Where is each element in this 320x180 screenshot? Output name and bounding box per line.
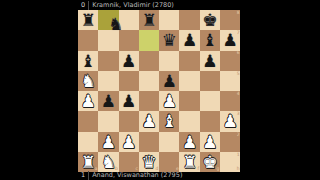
piece-white-pawn[interactable]: ♟ bbox=[98, 132, 118, 152]
square-e2[interactable] bbox=[159, 132, 179, 152]
square-g3[interactable] bbox=[200, 111, 220, 131]
piece-white-king[interactable]: ♚ bbox=[200, 152, 220, 172]
chess-board[interactable]: ♜♜♚8♛♟♝7♟♝♟♟6♞♟5♟♟♟♟4♟♝3♟♟♟♟♟2a♜b♞cd♛ef♜… bbox=[78, 10, 241, 172]
top-player-name: Kramnik, Vladimir (2780) bbox=[92, 1, 174, 9]
square-a1[interactable]: a♜ bbox=[78, 152, 98, 172]
square-d3[interactable]: ♟ bbox=[139, 111, 159, 131]
square-e4[interactable]: ♟ bbox=[159, 91, 179, 111]
file-coordinate-label: c bbox=[136, 167, 138, 172]
piece-white-rook[interactable]: ♜ bbox=[179, 152, 199, 172]
top-player-score: 0 bbox=[81, 1, 89, 10]
square-g4[interactable] bbox=[200, 91, 220, 111]
rank-coordinate-label: 8 bbox=[237, 11, 240, 16]
square-a4[interactable]: ♟ bbox=[78, 91, 98, 111]
piece-white-queen[interactable]: ♛ bbox=[139, 152, 159, 172]
square-f6[interactable] bbox=[179, 51, 199, 71]
rank-coordinate-label: 5 bbox=[237, 72, 240, 77]
square-d1[interactable]: d♛ bbox=[139, 152, 159, 172]
piece-white-pawn[interactable]: ♟ bbox=[78, 91, 98, 111]
square-g8[interactable]: ♚ bbox=[200, 10, 220, 30]
square-h5[interactable]: 5 bbox=[220, 71, 240, 91]
square-h3[interactable]: 3♟ bbox=[220, 111, 240, 131]
piece-black-pawn[interactable]: ♟ bbox=[119, 51, 139, 71]
piece-white-pawn[interactable]: ♟ bbox=[159, 91, 179, 111]
piece-black-pawn[interactable]: ♟ bbox=[159, 71, 179, 91]
moving-piece-black-knight[interactable]: ♞ bbox=[106, 14, 126, 34]
file-coordinate-label: e bbox=[176, 167, 179, 172]
square-e3[interactable]: ♝ bbox=[159, 111, 179, 131]
square-a3[interactable] bbox=[78, 111, 98, 131]
piece-white-pawn[interactable]: ♟ bbox=[179, 132, 199, 152]
square-b6[interactable] bbox=[98, 51, 118, 71]
square-a7[interactable] bbox=[78, 30, 98, 50]
square-e5[interactable]: ♟ bbox=[159, 71, 179, 91]
square-a2[interactable] bbox=[78, 132, 98, 152]
square-h7[interactable]: 7♟ bbox=[220, 30, 240, 50]
square-e1[interactable]: e bbox=[159, 152, 179, 172]
piece-black-pawn[interactable]: ♟ bbox=[119, 91, 139, 111]
rank-coordinate-label: 2 bbox=[237, 133, 240, 138]
square-g5[interactable] bbox=[200, 71, 220, 91]
rank-coordinate-label: 1 bbox=[237, 153, 240, 158]
square-a8[interactable]: ♜ bbox=[78, 10, 98, 30]
square-f2[interactable]: ♟ bbox=[179, 132, 199, 152]
square-d2[interactable] bbox=[139, 132, 159, 152]
piece-black-pawn[interactable]: ♟ bbox=[179, 30, 199, 50]
piece-black-pawn[interactable]: ♟ bbox=[200, 51, 220, 71]
square-d5[interactable] bbox=[139, 71, 159, 91]
square-c1[interactable]: c bbox=[119, 152, 139, 172]
piece-black-pawn[interactable]: ♟ bbox=[98, 91, 118, 111]
square-f5[interactable] bbox=[179, 71, 199, 91]
square-f8[interactable] bbox=[179, 10, 199, 30]
chess-video-frame: 0Kramnik, Vladimir (2780) ♜♜♚8♛♟♝7♟♝♟♟6♞… bbox=[0, 0, 320, 180]
rank-coordinate-label: 4 bbox=[237, 92, 240, 97]
rank-coordinate-label: 6 bbox=[237, 51, 240, 56]
square-f4[interactable] bbox=[179, 91, 199, 111]
square-c3[interactable] bbox=[119, 111, 139, 131]
square-f3[interactable] bbox=[179, 111, 199, 131]
square-d6[interactable] bbox=[139, 51, 159, 71]
square-e8[interactable] bbox=[159, 10, 179, 30]
piece-white-knight[interactable]: ♞ bbox=[78, 71, 98, 91]
square-b4[interactable]: ♟ bbox=[98, 91, 118, 111]
piece-black-king[interactable]: ♚ bbox=[200, 10, 220, 30]
piece-black-queen[interactable]: ♛ bbox=[159, 30, 179, 50]
square-c6[interactable]: ♟ bbox=[119, 51, 139, 71]
square-a5[interactable]: ♞ bbox=[78, 71, 98, 91]
square-b3[interactable] bbox=[98, 111, 118, 131]
piece-white-bishop[interactable]: ♝ bbox=[159, 111, 179, 131]
square-b2[interactable]: ♟ bbox=[98, 132, 118, 152]
piece-white-pawn[interactable]: ♟ bbox=[139, 111, 159, 131]
square-h2[interactable]: 2 bbox=[220, 132, 240, 152]
square-h4[interactable]: 4 bbox=[220, 91, 240, 111]
square-e7[interactable]: ♛ bbox=[159, 30, 179, 50]
square-g2[interactable]: ♟ bbox=[200, 132, 220, 152]
piece-black-bishop[interactable]: ♝ bbox=[78, 51, 98, 71]
square-b1[interactable]: b♞ bbox=[98, 152, 118, 172]
square-c5[interactable] bbox=[119, 71, 139, 91]
piece-black-bishop[interactable]: ♝ bbox=[200, 30, 220, 50]
square-c4[interactable]: ♟ bbox=[119, 91, 139, 111]
square-d7[interactable] bbox=[139, 30, 159, 50]
square-g7[interactable]: ♝ bbox=[200, 30, 220, 50]
board-wrap: ♜♜♚8♛♟♝7♟♝♟♟6♞♟5♟♟♟♟4♟♝3♟♟♟♟♟2a♜b♞cd♛ef♜… bbox=[78, 10, 241, 173]
square-f7[interactable]: ♟ bbox=[179, 30, 199, 50]
square-g6[interactable]: ♟ bbox=[200, 51, 220, 71]
square-h8[interactable]: 8 bbox=[220, 10, 240, 30]
square-d8[interactable]: ♜ bbox=[139, 10, 159, 30]
piece-black-pawn[interactable]: ♟ bbox=[220, 30, 240, 50]
square-h6[interactable]: 6 bbox=[220, 51, 240, 71]
square-b5[interactable] bbox=[98, 71, 118, 91]
piece-white-knight[interactable]: ♞ bbox=[98, 152, 118, 172]
piece-black-rook[interactable]: ♜ bbox=[78, 10, 98, 30]
piece-white-pawn[interactable]: ♟ bbox=[220, 111, 240, 131]
square-d4[interactable] bbox=[139, 91, 159, 111]
square-a6[interactable]: ♝ bbox=[78, 51, 98, 71]
file-coordinate-label: h bbox=[237, 167, 240, 172]
top-player-bar: 0Kramnik, Vladimir (2780) bbox=[81, 1, 316, 10]
square-e6[interactable] bbox=[159, 51, 179, 71]
square-c2[interactable]: ♟ bbox=[119, 132, 139, 152]
piece-white-rook[interactable]: ♜ bbox=[78, 152, 98, 172]
piece-black-rook[interactable]: ♜ bbox=[139, 10, 159, 30]
piece-white-pawn[interactable]: ♟ bbox=[200, 132, 220, 152]
square-g1[interactable]: g♚ bbox=[200, 152, 220, 172]
square-h1[interactable]: 1h bbox=[220, 152, 240, 172]
square-f1[interactable]: f♜ bbox=[179, 152, 199, 172]
piece-white-pawn[interactable]: ♟ bbox=[119, 132, 139, 152]
